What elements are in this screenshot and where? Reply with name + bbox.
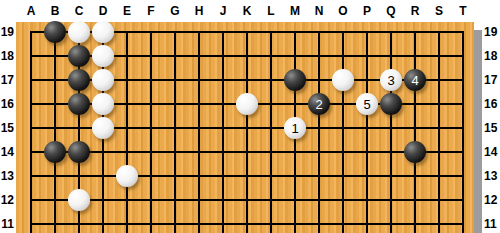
white-stone-M15[interactable]: 1 [284,117,306,139]
row-label-right-19: 19 [484,24,500,40]
white-stone-K16[interactable] [236,93,258,115]
black-stone-B14[interactable] [44,141,66,163]
grid-line-vertical-L [270,31,272,233]
white-stone-E13[interactable] [116,165,138,187]
move-number-label: 2 [315,98,322,111]
row-label-right-16: 16 [484,96,500,112]
black-stone-B19[interactable] [44,21,66,43]
column-label-S: S [427,3,451,19]
move-number-label: 3 [387,74,394,87]
black-stone-C18[interactable] [68,45,90,67]
column-label-D: D [91,3,115,19]
row-label-left-16: 16 [0,96,14,112]
column-label-B: B [43,3,67,19]
row-label-right-14: 14 [484,144,500,160]
white-stone-D15[interactable] [92,117,114,139]
grid-line-vertical-S [438,31,440,233]
white-stone-C19[interactable] [68,21,90,43]
white-stone-Q17[interactable]: 3 [380,69,402,91]
move-number-label: 5 [363,98,370,111]
grid-line-row-12 [30,199,464,201]
column-label-J: J [211,3,235,19]
column-label-K: K [235,3,259,19]
column-label-T: T [451,3,475,19]
row-label-right-13: 13 [484,168,500,184]
row-label-left-13: 13 [0,168,14,184]
white-stone-P16[interactable]: 5 [356,93,378,115]
row-label-left-11: 11 [0,216,14,232]
grid-line-row-11 [30,223,464,225]
row-label-left-18: 18 [0,48,14,64]
column-label-G: G [163,3,187,19]
move-number-label: 4 [411,74,418,87]
column-label-A: A [19,3,43,19]
row-label-right-15: 15 [484,120,500,136]
white-stone-D19[interactable] [92,21,114,43]
row-label-right-17: 17 [484,72,500,88]
white-stone-O17[interactable] [332,69,354,91]
column-label-O: O [331,3,355,19]
black-stone-C17[interactable] [68,69,90,91]
white-stone-D17[interactable] [92,69,114,91]
column-label-R: R [403,3,427,19]
grid-line-vertical-K [246,31,248,233]
white-stone-D16[interactable] [92,93,114,115]
black-stone-C16[interactable] [68,93,90,115]
white-stone-D18[interactable] [92,45,114,67]
row-label-left-12: 12 [0,192,14,208]
grid-line-vertical-A [30,31,32,233]
go-diagram: ABCDEFGHJKLMNOPQRST 191817161514131211 1… [0,0,500,233]
grid-line-vertical-Q [390,31,392,233]
column-label-L: L [259,3,283,19]
grid-line-vertical-T [462,31,464,233]
black-stone-C14[interactable] [68,141,90,163]
grid-line-row-13 [30,175,464,177]
column-label-N: N [307,3,331,19]
grid-line-vertical-G [174,31,176,233]
column-label-M: M [283,3,307,19]
go-board[interactable]: 34251 [16,22,474,233]
white-stone-C12[interactable] [68,189,90,211]
column-label-P: P [355,3,379,19]
black-stone-R14[interactable] [404,141,426,163]
grid-line-vertical-H [198,31,200,233]
black-stone-R17[interactable]: 4 [404,69,426,91]
black-stone-M17[interactable] [284,69,306,91]
row-label-right-18: 18 [484,48,500,64]
row-label-right-11: 11 [484,216,500,232]
board-shadow [474,30,482,233]
grid-line-vertical-J [222,31,224,233]
grid-line-vertical-O [342,31,344,233]
row-label-left-17: 17 [0,72,14,88]
column-label-C: C [67,3,91,19]
grid-line-vertical-E [126,31,128,233]
row-label-right-12: 12 [484,192,500,208]
grid-line-vertical-B [54,31,56,233]
black-stone-Q16[interactable] [380,93,402,115]
column-label-Q: Q [379,3,403,19]
grid-line-vertical-R [414,31,416,233]
grid-line-vertical-P [366,31,368,233]
grid-line-row-14 [30,151,464,153]
column-label-F: F [139,3,163,19]
grid-line-vertical-F [150,31,152,233]
column-label-H: H [187,3,211,19]
move-number-label: 1 [291,122,298,135]
row-label-left-15: 15 [0,120,14,136]
row-label-left-14: 14 [0,144,14,160]
column-label-E: E [115,3,139,19]
black-stone-N16[interactable]: 2 [308,93,330,115]
row-label-left-19: 19 [0,24,14,40]
grid-line-vertical-N [318,31,320,233]
